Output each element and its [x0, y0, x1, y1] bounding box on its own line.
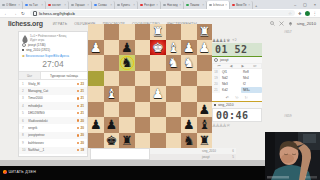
standings-player[interactable]: Managing_Cat: [28, 89, 77, 93]
square-a6[interactable]: ♟: [197, 102, 213, 118]
square-g7[interactable]: ♟: [104, 117, 120, 133]
crosstable: sing_20106jossyt5: [150, 148, 236, 160]
square-c6[interactable]: [166, 102, 182, 118]
black-pawn-piece[interactable]: ♟: [119, 40, 135, 56]
white-rook-piece[interactable]: ♜: [150, 24, 166, 40]
url-text[interactable]: lichess.org/hjfrqkcb: [39, 11, 288, 16]
tournament-sidebar: 5+0 • Рейтинговая • Блиц Идёт игра jossy…: [18, 31, 88, 157]
browser-tab[interactable]: Пишем×: [184, 1, 207, 9]
square-f8[interactable]: ♜: [119, 133, 135, 149]
white-pawn-piece[interactable]: ♟: [181, 40, 197, 56]
square-d8[interactable]: [150, 133, 166, 149]
tab-favicon: [48, 4, 51, 7]
webcam-video: [265, 132, 320, 180]
square-h4[interactable]: [88, 71, 104, 87]
browser-tab[interactable]: воспит×: [46, 1, 69, 9]
streak-fire-icon: [77, 105, 79, 107]
tab-favicon: [117, 4, 120, 7]
square-h8[interactable]: [88, 133, 104, 149]
material-captured-bottom: ♙♙♙♙♕: [212, 122, 262, 128]
game-action-icon[interactable]: ↶: [226, 95, 229, 100]
square-c8[interactable]: [166, 133, 182, 149]
clock-white: 01 52: [212, 43, 262, 57]
tab-close-icon[interactable]: ×: [156, 3, 158, 7]
tab-title: воспит: [52, 3, 63, 7]
move-row: 21Kd2Nf3+: [212, 87, 262, 93]
browser-tab[interactable]: О Мине×: [0, 1, 23, 9]
standings-row[interactable]: 7sergrik20: [19, 124, 87, 131]
square-d7[interactable]: [150, 117, 166, 133]
square-a5[interactable]: [197, 86, 213, 102]
zen-logo-icon: [3, 170, 7, 174]
blank-box: [90, 148, 150, 160]
lichess-logo[interactable]: lichess.org: [8, 20, 43, 27]
standings-score: 21: [81, 111, 84, 115]
streak-fire-icon: [77, 83, 79, 85]
forward-icon[interactable]: →: [13, 11, 18, 16]
square-b5[interactable]: [181, 86, 197, 102]
white-pawn-piece[interactable]: ♟: [197, 40, 213, 56]
maximize-button[interactable]: ▢: [300, 0, 310, 9]
square-b6[interactable]: [181, 102, 197, 118]
browser-tab[interactable]: lichess.org×: [207, 1, 230, 9]
streak-fire-icon: [77, 119, 79, 121]
square-e1[interactable]: [135, 24, 151, 40]
standings-score: 21: [81, 104, 84, 108]
tab-close-icon[interactable]: ×: [41, 3, 43, 7]
standings-row[interactable]: 10NatShat__119: [19, 147, 87, 154]
standings-player[interactable]: bahhtossev: [28, 141, 77, 145]
square-e8[interactable]: [135, 133, 151, 149]
browser-tab[interactable]: Рел фот×: [138, 1, 161, 9]
header-right: sing_2010: [270, 18, 316, 29]
tab-title: Украше: [75, 3, 86, 7]
under-board: sing_20106jossyt5: [88, 148, 236, 160]
black-pawn-piece[interactable]: ♟: [88, 117, 104, 133]
game-side-panel: ♟♟♟♝♛ +2 01 52 jossyt ⏮◀▶⏭ 18Qf1Re819Nd2…: [212, 37, 262, 128]
browser-tab[interactable]: па Тал×: [23, 1, 46, 9]
square-b1[interactable]: [181, 24, 197, 40]
square-a8[interactable]: ♜: [197, 133, 213, 149]
browser-menu-icon[interactable]: ⋮: [313, 11, 318, 16]
tab-close-icon[interactable]: ×: [110, 3, 112, 7]
black-rook-piece[interactable]: ♜: [197, 133, 213, 149]
square-a3[interactable]: [197, 55, 213, 71]
square-g6[interactable]: [104, 102, 120, 118]
standings-score: 23: [81, 82, 84, 86]
tab-title: Вики Пе: [236, 3, 247, 7]
square-d6[interactable]: [150, 102, 166, 118]
white-pawn-piece[interactable]: ♟: [150, 86, 166, 102]
standings-player[interactable]: Vitaly_El: [28, 82, 77, 86]
move-black[interactable]: Nf3+: [241, 87, 262, 93]
standings-row[interactable]: 9bahhtossev20: [19, 139, 87, 146]
tab-title: па Тал: [29, 3, 40, 7]
standings-player[interactable]: sergrik: [28, 126, 77, 130]
move-nav-icon[interactable]: ⏭: [253, 64, 256, 68]
square-b4[interactable]: [181, 71, 197, 87]
tab-standings[interactable]: Турнирная таблица: [41, 72, 87, 79]
square-f6[interactable]: [119, 102, 135, 118]
standings-row[interactable]: 6Vladivostokski20: [19, 117, 87, 124]
black-color-icon: [22, 49, 24, 51]
header-username[interactable]: sing_2010: [297, 21, 316, 26]
square-e4[interactable]: [135, 71, 151, 87]
browser-tab[interactable]: Вики Пе×: [230, 1, 253, 9]
black-king-piece[interactable]: ♚: [104, 133, 120, 149]
tab-chat[interactable]: Чат: [19, 72, 41, 79]
standings-score: 20: [81, 126, 84, 130]
square-g5[interactable]: ♝: [104, 86, 120, 102]
square-b8[interactable]: ♞: [181, 133, 197, 149]
square-c7[interactable]: [166, 117, 182, 133]
black-pawn-piece[interactable]: ♟: [104, 117, 120, 133]
square-g1[interactable]: [104, 24, 120, 40]
tab-favicon: [71, 4, 74, 7]
crosstable-player: sing_2010: [202, 149, 232, 153]
sidebar-tabs: Чат Турнирная таблица: [19, 71, 87, 80]
square-g8[interactable]: ♚: [104, 133, 120, 149]
tab-favicon: [163, 4, 166, 7]
square-a4[interactable]: [197, 71, 213, 87]
white-rook-piece[interactable]: ♜: [197, 24, 213, 40]
tab-close-icon[interactable]: ×: [202, 3, 204, 7]
webcam-overlay: [265, 132, 320, 180]
tab-close-icon[interactable]: ×: [64, 3, 66, 7]
streak-fire-icon: [77, 112, 79, 114]
watermark: ЧИТАТЬ ДЗЕН: [3, 170, 36, 174]
game-ref-bottom: #659: [284, 114, 292, 118]
black-bishop-piece[interactable]: ♝: [197, 117, 213, 133]
square-h5[interactable]: [88, 86, 104, 102]
tab-close-icon[interactable]: ×: [133, 3, 135, 7]
square-g3[interactable]: [104, 55, 120, 71]
menu-item[interactable]: ИГРАТЬ: [53, 22, 68, 26]
streak-fire-icon: [77, 149, 79, 151]
white-pawn-piece[interactable]: ♟: [88, 40, 104, 56]
black-rook-piece[interactable]: ♜: [119, 133, 135, 149]
tab-favicon: [186, 4, 189, 7]
square-h7[interactable]: ♟: [88, 117, 104, 133]
browser-tabs: О Мине×па Тал×воспит×Украше×Схемы×Купить…: [0, 1, 253, 9]
move-nav-icon[interactable]: ◀: [230, 64, 233, 68]
crosstable-player: jossyt: [202, 155, 232, 159]
blitz-flame-icon: [22, 35, 28, 43]
square-c4[interactable]: [166, 71, 182, 87]
streak-fire-icon: [77, 90, 79, 92]
browser-tab[interactable]: Нов вид×: [161, 1, 184, 9]
streak-fire-icon: [77, 142, 79, 144]
tab-close-icon[interactable]: ×: [248, 3, 250, 7]
trophy-icon: ♚: [22, 54, 25, 58]
standings-score: 20: [81, 141, 84, 145]
tab-favicon: [140, 4, 143, 7]
black-color-icon: [214, 104, 216, 106]
white-bishop-piece[interactable]: ♝: [104, 86, 120, 102]
square-a1[interactable]: ♜: [197, 24, 213, 40]
tab-close-icon[interactable]: ×: [18, 3, 20, 7]
square-f3[interactable]: ♞: [119, 55, 135, 71]
square-a7[interactable]: ♝: [197, 117, 213, 133]
browser-tab[interactable]: Купить×: [115, 1, 138, 9]
white-knight-piece[interactable]: ♞: [166, 55, 182, 71]
reload-icon[interactable]: ↻: [21, 11, 25, 16]
square-f1[interactable]: [119, 24, 135, 40]
square-c5[interactable]: [166, 86, 182, 102]
standings-player[interactable]: Timur2000: [28, 96, 77, 100]
square-c3[interactable]: ♞: [166, 55, 182, 71]
square-g2[interactable]: [104, 40, 120, 56]
standings-list: 1Vitaly_El232Managing_Cat213Timur2000214…: [19, 80, 87, 155]
square-e5[interactable]: [135, 86, 151, 102]
chess-board[interactable]: ♜♜♟♟♚♝♟♟♞♞♞♝♟♟♟♟♟♝♚♜♞♜: [88, 24, 212, 148]
square-e6[interactable]: [135, 102, 151, 118]
clock-black: 00:46: [212, 108, 262, 122]
arena-countdown: 27:04: [22, 59, 84, 69]
square-h2[interactable]: ♟: [88, 40, 104, 56]
new-tab-button[interactable]: +: [255, 3, 257, 8]
tab-favicon: [25, 4, 28, 7]
back-icon[interactable]: ←: [4, 11, 9, 16]
white-knight-piece[interactable]: ♞: [181, 55, 197, 71]
square-e3[interactable]: [135, 55, 151, 71]
tab-close-icon[interactable]: ×: [225, 3, 227, 7]
tab-title: О Мине: [6, 3, 17, 7]
move-white[interactable]: Kd2: [220, 87, 241, 93]
black-pawn-piece[interactable]: ♟: [181, 117, 197, 133]
bookmark-star-icon[interactable]: ☆: [288, 11, 292, 16]
tab-favicon: [2, 4, 5, 7]
square-h3[interactable]: [88, 55, 104, 71]
square-d1[interactable]: ♜: [150, 24, 166, 40]
square-d4[interactable]: [150, 71, 166, 87]
square-f4[interactable]: [119, 71, 135, 87]
standings-row[interactable]: 3Timur200021: [19, 95, 87, 102]
move-number: 21: [212, 87, 220, 93]
tab-favicon: [209, 4, 212, 7]
move-nav-icon[interactable]: ▶: [242, 64, 245, 68]
streak-fire-icon: [77, 127, 79, 129]
browser-tab[interactable]: Украше×: [69, 1, 92, 9]
white-king-piece[interactable]: ♚: [150, 40, 166, 56]
tab-title: lichess.org: [213, 3, 224, 7]
minimize-button[interactable]: –: [290, 0, 300, 9]
standings-score: 19: [81, 148, 84, 152]
square-b3[interactable]: ♞: [181, 55, 197, 71]
move-nav-icon[interactable]: ⏮: [218, 64, 221, 68]
crosstable-score: 5: [232, 155, 234, 159]
square-b7[interactable]: ♟: [181, 117, 197, 133]
black-knight-piece[interactable]: ♞: [119, 55, 135, 71]
close-button[interactable]: ×: [310, 0, 320, 9]
black-pawn-piece[interactable]: ♟: [197, 102, 213, 118]
standings-row[interactable]: 2Managing_Cat21: [19, 87, 87, 94]
screen: О Мине×па Тал×воспит×Украше×Схемы×Купить…: [0, 0, 320, 180]
extensions-icon[interactable]: ❖: [298, 11, 302, 16]
black-player-line[interactable]: sing_2010 (1921): [22, 48, 84, 53]
arena-link[interactable]: ♚Бесконечная SuperBlitz Арена: [22, 54, 84, 58]
tab-title: Пишем: [190, 3, 201, 7]
standings-player[interactable]: NatShat__1: [28, 148, 77, 152]
game-action-icon[interactable]: ⚐: [245, 95, 249, 100]
tab-title: Схемы: [98, 3, 109, 7]
square-c1[interactable]: [166, 24, 182, 40]
square-c2[interactable]: ♝: [166, 40, 182, 56]
black-knight-piece[interactable]: ♞: [181, 133, 197, 149]
crosstable-score: 6: [232, 149, 234, 153]
standings-player[interactable]: jossytpetrov: [28, 133, 77, 137]
square-f5[interactable]: [119, 86, 135, 102]
browser-toolbar: ← → ↻ lichess.org/hjfrqkcb ☆ ❖ ⋮: [0, 9, 320, 18]
browser-tab[interactable]: Схемы×: [92, 1, 115, 9]
square-d5[interactable]: ♟: [150, 86, 166, 102]
game-info-card: 5+0 • Рейтинговая • Блиц Идёт игра jossy…: [19, 32, 87, 69]
standings-row[interactable]: 1Vitaly_El23: [19, 80, 87, 87]
standings-score: 20: [81, 133, 84, 137]
standings-score: 20: [81, 119, 84, 123]
square-h1[interactable]: [88, 24, 104, 40]
square-e7[interactable]: [135, 117, 151, 133]
address-bar[interactable]: lichess.org/hjfrqkcb ☆: [30, 10, 295, 16]
player-bottom-bar[interactable]: sing_2010: [212, 101, 262, 108]
square-e2[interactable]: [135, 40, 151, 56]
standings-row[interactable]: 8jossytpetrov20: [19, 132, 87, 139]
standings-score: 21: [81, 89, 84, 93]
square-g4[interactable]: [104, 71, 120, 87]
square-f2[interactable]: ♟: [119, 40, 135, 56]
square-b2[interactable]: ♟: [181, 40, 197, 56]
standings-row[interactable]: 4mihodejko21: [19, 102, 87, 109]
standings-row[interactable]: 5DED2WING21: [19, 110, 87, 117]
notifications-bell-icon[interactable]: [288, 21, 293, 26]
tab-favicon: [94, 4, 97, 7]
standings-player[interactable]: Vladivostokski: [28, 119, 77, 123]
standings-score: 21: [81, 96, 84, 100]
move-list[interactable]: 18Qf1Re819Nd2Nh420Nb3f221Kd2Nf3+: [212, 69, 262, 93]
tab-close-icon[interactable]: ×: [179, 3, 181, 7]
tab-title: Рел фот: [144, 3, 155, 7]
game-action-icon[interactable]: ½: [235, 95, 238, 100]
challenge-icon[interactable]: [279, 21, 284, 26]
standings-player[interactable]: mihodejko: [28, 104, 77, 108]
streak-fire-icon: [77, 97, 79, 99]
square-d3[interactable]: [150, 55, 166, 71]
window-controls: – ▢ ×: [290, 0, 320, 9]
tab-title: Нов вид: [167, 3, 178, 7]
tab-favicon: [232, 4, 235, 7]
square-h6[interactable]: [88, 102, 104, 118]
square-a2[interactable]: ♟: [197, 40, 213, 56]
standings-player[interactable]: DED2WING: [28, 111, 77, 115]
profile-avatar[interactable]: [305, 11, 310, 16]
square-f7[interactable]: [119, 117, 135, 133]
lock-icon: [33, 11, 37, 16]
browser-tab-strip: О Мине×па Тал×воспит×Украше×Схемы×Купить…: [0, 0, 320, 9]
tab-close-icon[interactable]: ×: [87, 3, 89, 7]
white-bishop-piece[interactable]: ♝: [166, 40, 182, 56]
search-icon[interactable]: [270, 21, 275, 26]
tab-title: Купить: [121, 3, 132, 7]
game-status-label: Идёт игра: [30, 38, 66, 42]
square-d2[interactable]: ♚: [150, 40, 166, 56]
white-color-icon: [214, 58, 218, 62]
game-ref-top: #657: [284, 30, 292, 34]
game-actions-row: ↶½⚐: [212, 93, 262, 101]
streak-fire-icon: [77, 134, 79, 136]
